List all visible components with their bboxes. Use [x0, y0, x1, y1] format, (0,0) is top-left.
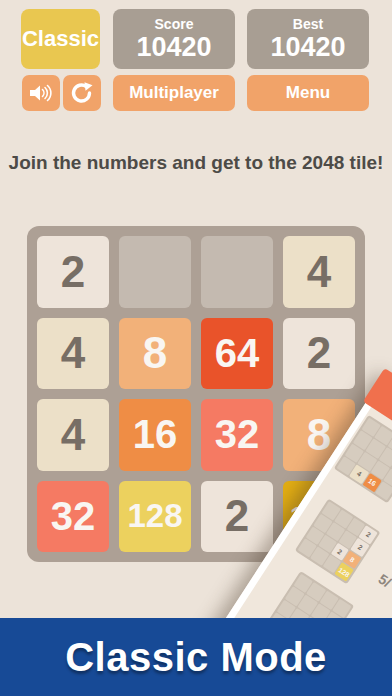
restart-icon — [70, 81, 94, 105]
best-value: 10420 — [270, 33, 345, 62]
menu-button[interactable]: Menu — [247, 75, 369, 111]
empty-cell — [306, 582, 326, 602]
tile-8: 8 — [283, 399, 355, 471]
tile-32: 32 — [37, 481, 109, 553]
empty-cell — [332, 599, 352, 619]
empty-cell — [370, 460, 390, 480]
empty-cell — [387, 434, 392, 454]
score-label: Score — [155, 16, 194, 33]
empty-cell — [277, 599, 297, 619]
footer-mode-title: Classic Mode — [65, 635, 327, 680]
empty-cell — [285, 587, 305, 607]
empty-cell — [366, 439, 386, 459]
tagline: Join the numbers and get to the 2048 til… — [0, 152, 392, 174]
tile-4: 4 — [37, 399, 109, 471]
empty-cell — [374, 426, 392, 446]
empty-cell — [298, 595, 318, 615]
best-box: Best 10420 — [247, 9, 369, 69]
classic-mode-label: Classic — [22, 26, 99, 52]
footer-bar: Classic Mode — [0, 618, 392, 696]
empty-cell — [119, 236, 191, 308]
tile-2: 2 — [37, 236, 109, 308]
tile-1024: 1024 — [283, 481, 355, 553]
tile-64: 64 — [201, 318, 273, 390]
empty-cell — [293, 574, 313, 594]
card-red-tile — [363, 368, 392, 423]
tile-2: 2 — [283, 318, 355, 390]
score-box: Score 10420 — [113, 9, 235, 69]
score-value: 10420 — [136, 33, 211, 62]
empty-cell — [383, 468, 392, 488]
tile-16: 16 — [119, 399, 191, 471]
tile-2: 2 — [201, 481, 273, 553]
best-label: Best — [293, 16, 323, 33]
menu-label: Menu — [286, 83, 330, 103]
tile-4: 4 — [283, 236, 355, 308]
empty-cell — [201, 236, 273, 308]
tile-128: 128 — [335, 562, 354, 581]
speaker-icon — [28, 81, 54, 105]
header: Classic Score 10420 Best 10420 Multiplay… — [0, 0, 392, 120]
tile-16: 16 — [362, 473, 382, 493]
sound-button[interactable] — [22, 75, 60, 111]
tile-128: 128 — [119, 481, 191, 553]
restart-button[interactable] — [63, 75, 101, 111]
empty-cell — [379, 447, 392, 467]
tile-8: 8 — [119, 318, 191, 390]
multiplayer-label: Multiplayer — [129, 83, 219, 103]
multiplayer-button[interactable]: Multiplayer — [113, 75, 235, 111]
card-progress-label: 5/ — [376, 570, 392, 590]
tile-4: 4 — [37, 318, 109, 390]
game-board[interactable]: 24486424163283212821024 — [27, 226, 365, 562]
empty-cell — [319, 590, 339, 610]
tile-32: 32 — [201, 399, 273, 471]
classic-mode-button[interactable]: Classic — [21, 9, 100, 69]
empty-cell — [375, 481, 392, 501]
